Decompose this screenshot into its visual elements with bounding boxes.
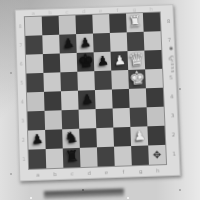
square-h8[interactable] bbox=[143, 12, 161, 31]
square-b5[interactable] bbox=[43, 72, 61, 92]
square-c8[interactable] bbox=[59, 15, 76, 34]
square-f2[interactable] bbox=[113, 127, 131, 147]
board-grid: ♜♟♟♚♟♟♛♚♟♟♞♟♜✥ bbox=[25, 12, 166, 168]
square-e8[interactable] bbox=[92, 14, 110, 33]
square-b1[interactable] bbox=[46, 148, 64, 168]
rank-labels-right: 87654321 bbox=[164, 12, 179, 164]
square-d3[interactable] bbox=[79, 109, 97, 129]
file-label-b: b bbox=[42, 8, 59, 16]
square-f8[interactable] bbox=[109, 14, 127, 33]
square-h1[interactable]: ✥ bbox=[148, 145, 166, 165]
rank-label-7: 7 bbox=[16, 36, 24, 55]
brand-emblem-icon: ◉ bbox=[169, 46, 174, 51]
square-e3[interactable] bbox=[96, 108, 114, 128]
board-cast-shadow bbox=[44, 189, 124, 200]
square-e4[interactable] bbox=[95, 89, 113, 109]
square-d5[interactable] bbox=[77, 71, 95, 91]
file-label-d: d bbox=[81, 169, 98, 179]
square-e1[interactable] bbox=[97, 147, 115, 167]
square-f6[interactable]: ♟ bbox=[111, 51, 129, 70]
square-g1[interactable] bbox=[131, 145, 149, 165]
square-h6[interactable] bbox=[144, 50, 162, 69]
piece-black-knight[interactable]: ♞ bbox=[63, 130, 78, 146]
file-label-b: b bbox=[46, 170, 63, 180]
file-labels-bottom: abcdefgh bbox=[29, 166, 166, 180]
square-d6[interactable]: ♚ bbox=[77, 52, 95, 71]
square-a7[interactable] bbox=[25, 35, 42, 54]
square-h4[interactable] bbox=[146, 88, 164, 108]
four-arrow-logo-icon: ✥ bbox=[153, 150, 162, 160]
square-d2[interactable] bbox=[79, 128, 97, 148]
piece-white-king[interactable]: ♚ bbox=[128, 68, 146, 88]
square-a1[interactable] bbox=[29, 149, 47, 169]
file-label-d: d bbox=[75, 7, 92, 15]
rank-label-4: 4 bbox=[167, 87, 177, 106]
square-a8[interactable] bbox=[25, 17, 42, 36]
square-c7[interactable]: ♟ bbox=[59, 34, 77, 53]
piece-white-pawn[interactable]: ♟ bbox=[113, 53, 126, 67]
piece-black-king[interactable]: ♚ bbox=[77, 51, 95, 70]
square-f1[interactable] bbox=[114, 146, 132, 166]
square-b2[interactable] bbox=[45, 129, 63, 149]
square-b3[interactable] bbox=[45, 110, 63, 130]
square-c4[interactable] bbox=[61, 91, 79, 111]
square-a2[interactable]: ♟ bbox=[28, 130, 46, 150]
file-label-f: f bbox=[109, 6, 126, 14]
photo-background: ♜♟♟♚♟♟♛♚♟♟♞♟♜✥ abcdefgh abcdefgh 8765432… bbox=[0, 0, 200, 200]
square-c5[interactable] bbox=[60, 72, 78, 92]
square-g5[interactable]: ♚ bbox=[128, 69, 146, 89]
square-e7[interactable] bbox=[93, 33, 111, 52]
file-label-a: a bbox=[29, 170, 46, 180]
piece-white-pawn[interactable]: ♟ bbox=[133, 128, 146, 142]
rank-label-2: 2 bbox=[19, 131, 28, 150]
square-a3[interactable] bbox=[28, 111, 46, 131]
rank-label-8: 8 bbox=[164, 12, 174, 31]
square-h3[interactable] bbox=[147, 107, 165, 127]
chess-board: ♜♟♟♚♟♟♛♚♟♟♞♟♜✥ abcdefgh abcdefgh 8765432… bbox=[15, 4, 181, 181]
piece-white-rook[interactable]: ♜ bbox=[127, 14, 142, 30]
square-b6[interactable] bbox=[43, 53, 61, 72]
square-d4[interactable]: ♟ bbox=[78, 90, 96, 110]
file-label-c: c bbox=[58, 8, 75, 16]
square-d1[interactable] bbox=[80, 147, 98, 167]
file-label-h: h bbox=[149, 166, 166, 176]
square-a6[interactable] bbox=[26, 54, 43, 73]
square-c6[interactable] bbox=[60, 53, 78, 72]
square-b4[interactable] bbox=[44, 91, 62, 111]
square-c3[interactable] bbox=[62, 110, 80, 130]
file-label-g: g bbox=[132, 167, 149, 177]
square-f4[interactable] bbox=[112, 89, 130, 109]
file-label-f: f bbox=[115, 167, 132, 177]
square-c1[interactable]: ♜ bbox=[63, 148, 81, 168]
square-e2[interactable] bbox=[96, 128, 114, 148]
piece-black-rook[interactable]: ♜ bbox=[64, 149, 79, 166]
square-g2[interactable]: ♟ bbox=[130, 126, 148, 146]
square-b7[interactable] bbox=[42, 35, 59, 54]
piece-black-pawn[interactable]: ♟ bbox=[30, 132, 43, 146]
piece-black-pawn[interactable]: ♟ bbox=[61, 36, 74, 50]
rank-label-8: 8 bbox=[16, 17, 24, 36]
piece-black-pawn[interactable]: ♟ bbox=[96, 54, 109, 68]
square-g8[interactable]: ♜ bbox=[126, 13, 144, 32]
square-a4[interactable] bbox=[27, 92, 45, 112]
file-label-c: c bbox=[63, 169, 80, 179]
square-f7[interactable] bbox=[110, 32, 128, 51]
square-d8[interactable] bbox=[75, 15, 93, 34]
square-b8[interactable] bbox=[42, 16, 59, 35]
file-label-e: e bbox=[92, 6, 109, 14]
square-c2[interactable]: ♞ bbox=[62, 129, 80, 149]
square-a5[interactable] bbox=[26, 73, 44, 93]
square-e6[interactable]: ♟ bbox=[94, 52, 112, 71]
rank-label-5: 5 bbox=[17, 74, 26, 93]
square-e5[interactable] bbox=[94, 71, 112, 91]
rank-label-3: 3 bbox=[18, 111, 27, 130]
rank-label-2: 2 bbox=[168, 125, 178, 144]
rank-label-4: 4 bbox=[18, 92, 27, 111]
rank-label-1: 1 bbox=[20, 150, 29, 170]
square-h5[interactable] bbox=[145, 69, 163, 89]
rank-label-6: 6 bbox=[17, 55, 25, 74]
square-g3[interactable] bbox=[130, 107, 148, 127]
file-label-g: g bbox=[126, 5, 143, 13]
square-f3[interactable] bbox=[113, 108, 131, 128]
file-label-h: h bbox=[143, 5, 160, 13]
rank-label-1: 1 bbox=[169, 144, 179, 164]
file-label-e: e bbox=[98, 168, 115, 178]
square-g4[interactable] bbox=[129, 88, 147, 108]
brand-text: CHESS bbox=[170, 55, 176, 73]
square-h2[interactable] bbox=[147, 126, 165, 146]
square-f5[interactable] bbox=[111, 70, 129, 90]
piece-black-pawn[interactable]: ♟ bbox=[78, 36, 91, 50]
piece-black-pawn[interactable]: ♟ bbox=[80, 92, 93, 106]
file-label-a: a bbox=[25, 9, 42, 17]
rank-label-3: 3 bbox=[168, 106, 178, 125]
square-h7[interactable] bbox=[144, 31, 162, 50]
